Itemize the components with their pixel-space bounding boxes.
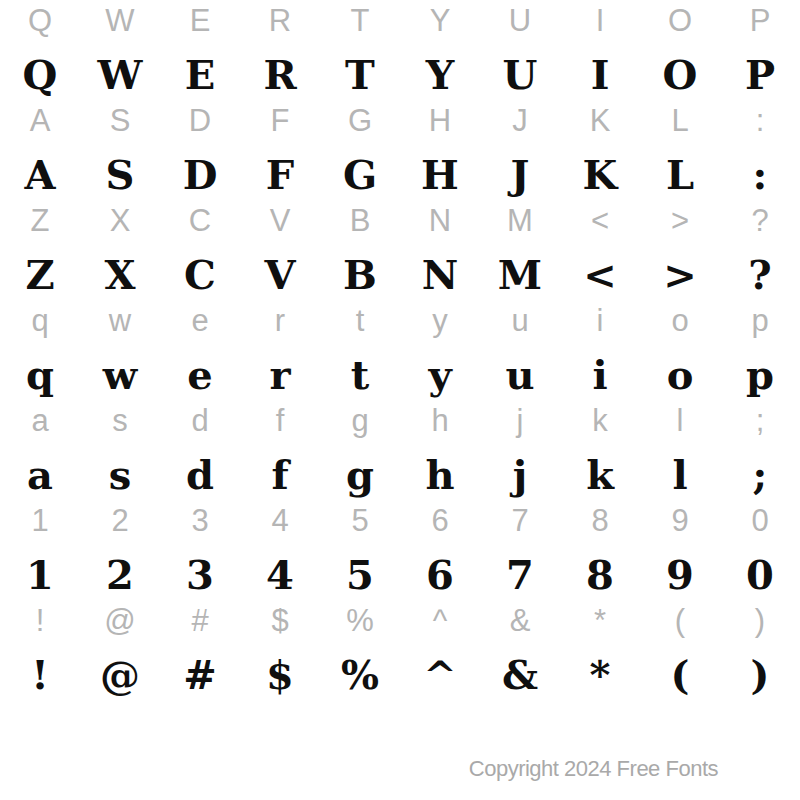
char-cell-reference: X [80, 200, 160, 240]
char-cell-specimen: ( [640, 650, 720, 700]
char-cell-reference: o [640, 300, 720, 340]
char-cell-reference: y [400, 300, 480, 340]
char-cell-reference: K [560, 100, 640, 140]
char-cell-reference: a [0, 400, 80, 440]
char-cell-specimen: P [720, 50, 800, 100]
char-cell-specimen: w [80, 350, 160, 400]
reference-line: ZXCVBNM<>? [0, 200, 800, 240]
char-cell-specimen: Q [0, 50, 80, 100]
char-cell-specimen: U [480, 50, 560, 100]
char-row-pair: ASDFGHJKL:ASDFGHJKL: [0, 100, 800, 200]
char-cell-specimen: X [80, 250, 160, 300]
char-cell-reference: g [320, 400, 400, 440]
char-cell-reference: O [640, 0, 720, 40]
char-row-pair: asdfghjkl;asdfghjkl; [0, 400, 800, 500]
specimen-line: !@#$%^&*() [0, 640, 800, 700]
char-cell-specimen: o [640, 350, 720, 400]
char-cell-reference: @ [80, 600, 160, 640]
char-cell-reference: 7 [480, 500, 560, 540]
char-cell-reference: ; [720, 400, 800, 440]
char-cell-reference: % [320, 600, 400, 640]
char-cell-specimen: & [480, 650, 560, 700]
char-cell-specimen: : [720, 150, 800, 200]
char-cell-specimen: r [240, 350, 320, 400]
char-cell-specimen: ! [0, 650, 80, 700]
char-cell-reference: 2 [80, 500, 160, 540]
char-cell-reference: J [480, 100, 560, 140]
char-cell-specimen: % [320, 650, 400, 700]
char-cell-reference: V [240, 200, 320, 240]
char-cell-specimen: * [560, 650, 640, 700]
char-cell-specimen: H [400, 150, 480, 200]
char-cell-reference: j [480, 400, 560, 440]
char-cell-reference: A [0, 100, 80, 140]
char-cell-specimen: C [160, 250, 240, 300]
reference-line: asdfghjkl; [0, 400, 800, 440]
reference-line: !@#$%^&*() [0, 600, 800, 640]
char-cell-specimen: 1 [0, 550, 80, 600]
char-cell-specimen: F [240, 150, 320, 200]
char-cell-reference: F [240, 100, 320, 140]
char-cell-reference: < [560, 200, 640, 240]
char-cell-specimen: R [240, 50, 320, 100]
char-cell-reference: R [240, 0, 320, 40]
char-cell-specimen: B [320, 250, 400, 300]
char-cell-specimen: g [320, 450, 400, 500]
char-row-pair: qwertyuiopqwertyuiop [0, 300, 800, 400]
char-cell-specimen: S [80, 150, 160, 200]
char-cell-specimen: L [640, 150, 720, 200]
reference-line: 1234567890 [0, 500, 800, 540]
char-cell-reference: ) [720, 600, 800, 640]
char-cell-specimen: K [560, 150, 640, 200]
char-cell-reference: 0 [720, 500, 800, 540]
char-cell-specimen: 0 [720, 550, 800, 600]
specimen-line: qwertyuiop [0, 340, 800, 400]
char-cell-reference: u [480, 300, 560, 340]
char-cell-reference: : [720, 100, 800, 140]
char-cell-specimen: ) [720, 650, 800, 700]
char-cell-reference: ? [720, 200, 800, 240]
char-row-pair: ZXCVBNM<>?ZXCVBNM<>? [0, 200, 800, 300]
char-cell-reference: > [640, 200, 720, 240]
char-cell-specimen: ? [720, 250, 800, 300]
char-cell-reference: D [160, 100, 240, 140]
char-cell-reference: S [80, 100, 160, 140]
char-cell-reference: e [160, 300, 240, 340]
char-cell-reference: t [320, 300, 400, 340]
char-cell-reference: 4 [240, 500, 320, 540]
reference-line: qwertyuiop [0, 300, 800, 340]
char-cell-reference: C [160, 200, 240, 240]
char-cell-reference: l [640, 400, 720, 440]
char-cell-reference: # [160, 600, 240, 640]
char-cell-reference: f [240, 400, 320, 440]
char-cell-specimen: $ [240, 650, 320, 700]
specimen-line: 1234567890 [0, 540, 800, 600]
character-map-grid: QWERTYUIOPQWERTYUIOPASDFGHJKL:ASDFGHJKL:… [0, 0, 800, 700]
char-cell-specimen: f [240, 450, 320, 500]
char-cell-reference: k [560, 400, 640, 440]
char-cell-specimen: > [640, 250, 720, 300]
char-cell-reference: * [560, 600, 640, 640]
char-cell-reference: B [320, 200, 400, 240]
char-row-pair: !@#$%^&*()!@#$%^&*() [0, 600, 800, 700]
char-cell-specimen: i [560, 350, 640, 400]
specimen-line: ZXCVBNM<>? [0, 240, 800, 300]
char-cell-specimen: d [160, 450, 240, 500]
char-cell-reference: d [160, 400, 240, 440]
char-cell-specimen: 3 [160, 550, 240, 600]
char-cell-reference: G [320, 100, 400, 140]
char-cell-reference: 8 [560, 500, 640, 540]
char-cell-specimen: ; [720, 450, 800, 500]
char-cell-reference: ( [640, 600, 720, 640]
char-cell-specimen: V [240, 250, 320, 300]
char-cell-reference: r [240, 300, 320, 340]
char-cell-specimen: Y [400, 50, 480, 100]
char-cell-specimen: W [80, 50, 160, 100]
char-cell-reference: 3 [160, 500, 240, 540]
char-cell-specimen: h [400, 450, 480, 500]
char-cell-specimen: A [0, 150, 80, 200]
char-cell-reference: U [480, 0, 560, 40]
char-row-pair: 12345678901234567890 [0, 500, 800, 600]
char-cell-specimen: u [480, 350, 560, 400]
char-cell-specimen: M [480, 250, 560, 300]
char-cell-reference: 9 [640, 500, 720, 540]
reference-line: QWERTYUIOP [0, 0, 800, 40]
char-cell-specimen: y [400, 350, 480, 400]
char-cell-specimen: G [320, 150, 400, 200]
char-cell-specimen: 6 [400, 550, 480, 600]
specimen-line: asdfghjkl; [0, 440, 800, 500]
char-cell-specimen: j [480, 450, 560, 500]
char-cell-reference: p [720, 300, 800, 340]
specimen-line: QWERTYUIOP [0, 40, 800, 100]
char-cell-specimen: E [160, 50, 240, 100]
char-cell-reference: w [80, 300, 160, 340]
char-cell-specimen: D [160, 150, 240, 200]
char-cell-specimen: l [640, 450, 720, 500]
char-cell-specimen: N [400, 250, 480, 300]
char-cell-specimen: O [640, 50, 720, 100]
char-cell-specimen: p [720, 350, 800, 400]
char-cell-reference: s [80, 400, 160, 440]
char-cell-specimen: Z [0, 250, 80, 300]
char-cell-reference: M [480, 200, 560, 240]
char-cell-specimen: k [560, 450, 640, 500]
char-cell-reference: 5 [320, 500, 400, 540]
char-cell-reference: 1 [0, 500, 80, 540]
char-cell-reference: $ [240, 600, 320, 640]
char-cell-specimen: 4 [240, 550, 320, 600]
char-cell-reference: ! [0, 600, 80, 640]
char-cell-specimen: T [320, 50, 400, 100]
char-cell-reference: q [0, 300, 80, 340]
specimen-line: ASDFGHJKL: [0, 140, 800, 200]
char-cell-reference: & [480, 600, 560, 640]
char-cell-reference: W [80, 0, 160, 40]
reference-line: ASDFGHJKL: [0, 100, 800, 140]
char-cell-reference: Q [0, 0, 80, 40]
char-cell-specimen: # [160, 650, 240, 700]
char-cell-specimen: @ [80, 650, 160, 700]
char-cell-specimen: a [0, 450, 80, 500]
char-cell-specimen: t [320, 350, 400, 400]
char-cell-reference: ^ [400, 600, 480, 640]
char-cell-specimen: q [0, 350, 80, 400]
char-cell-specimen: < [560, 250, 640, 300]
copyright-text: Copyright 2024 Free Fonts [469, 756, 718, 782]
char-cell-reference: H [400, 100, 480, 140]
char-cell-reference: Y [400, 0, 480, 40]
char-cell-reference: h [400, 400, 480, 440]
char-cell-specimen: 2 [80, 550, 160, 600]
char-row-pair: QWERTYUIOPQWERTYUIOP [0, 0, 800, 100]
char-cell-specimen: 7 [480, 550, 560, 600]
char-cell-specimen: s [80, 450, 160, 500]
char-cell-reference: P [720, 0, 800, 40]
char-cell-specimen: ^ [400, 650, 480, 700]
char-cell-reference: L [640, 100, 720, 140]
char-cell-reference: N [400, 200, 480, 240]
char-cell-reference: Z [0, 200, 80, 240]
char-cell-reference: I [560, 0, 640, 40]
char-cell-specimen: 9 [640, 550, 720, 600]
char-cell-reference: i [560, 300, 640, 340]
char-cell-specimen: 5 [320, 550, 400, 600]
char-cell-specimen: e [160, 350, 240, 400]
char-cell-specimen: 8 [560, 550, 640, 600]
char-cell-reference: E [160, 0, 240, 40]
char-cell-reference: T [320, 0, 400, 40]
char-cell-specimen: I [560, 50, 640, 100]
char-cell-specimen: J [480, 150, 560, 200]
char-cell-reference: 6 [400, 500, 480, 540]
